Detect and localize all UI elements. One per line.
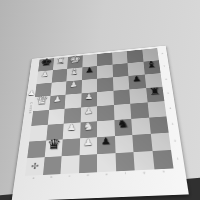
square-h1 xyxy=(152,150,173,169)
white-pawn: ♟ xyxy=(80,103,97,119)
square-g6: ♟ xyxy=(128,75,145,90)
square-a2 xyxy=(27,141,46,159)
square-f5 xyxy=(113,89,130,105)
square-h3 xyxy=(149,116,169,133)
square-d2: ♟ xyxy=(79,137,97,155)
white-pawn: ♟ xyxy=(49,92,66,107)
rank-label-6: 6 xyxy=(162,78,170,81)
square-e1 xyxy=(97,153,116,172)
square-g2 xyxy=(132,134,152,152)
board-wrapper: CHESS ♚♜♚♟♝♟♝♟♟♛♟♟♜♟♟♞♞♛♟♟ ✣ abcdefgh 12… xyxy=(12,46,189,200)
square-g5 xyxy=(129,88,147,104)
white-pawn: ♟ xyxy=(63,119,80,136)
rank-label-8: 8 xyxy=(159,52,167,55)
rank-label-7: 7 xyxy=(160,65,168,68)
white-rook: ♜ xyxy=(53,54,68,67)
chess-board: ♚♜♚♟♝♟♝♟♟♛♟♟♜♟♟♞♞♛♟♟ xyxy=(25,48,174,176)
square-c2 xyxy=(62,138,80,156)
white-pawn: ♟ xyxy=(81,89,97,104)
black-queen: ♛ xyxy=(45,136,63,154)
rank-label-5: 5 xyxy=(164,92,172,95)
file-label-h: h xyxy=(163,170,166,177)
file-label-c: c xyxy=(68,174,70,181)
square-g1 xyxy=(133,151,153,170)
square-f3: ♞ xyxy=(114,119,132,136)
black-pawn: ♟ xyxy=(128,72,145,87)
photo-scene: CHESS ♚♜♚♟♝♟♝♟♟♛♟♟♜♟♟♞♞♛♟♟ ✣ abcdefgh 12… xyxy=(0,0,200,200)
rank-label-4: 4 xyxy=(166,107,175,110)
square-a5: ♛ xyxy=(33,96,50,111)
black-pawn: ♟ xyxy=(97,132,115,150)
file-label-d: d xyxy=(87,174,89,181)
white-knight: ♞ xyxy=(80,118,97,135)
white-pawn: ♟ xyxy=(79,134,97,152)
square-b4 xyxy=(47,109,64,125)
off-board-white-pawn: ♟ xyxy=(25,88,37,99)
square-h5: ♜ xyxy=(146,87,165,103)
chess-mat: CHESS ♚♜♚♟♝♟♝♟♟♛♟♟♜♟♟♞♞♛♟♟ ✣ abcdefgh 12… xyxy=(12,46,189,200)
square-a4 xyxy=(31,110,49,126)
square-g4 xyxy=(130,102,148,118)
knight-compass-emblem-icon: ✣ xyxy=(27,159,43,174)
square-e4 xyxy=(97,105,114,121)
square-g3 xyxy=(131,118,150,135)
rank-label-2: 2 xyxy=(171,139,180,143)
file-label-f: f xyxy=(125,172,126,179)
square-b1 xyxy=(43,156,62,175)
square-b5: ♟ xyxy=(49,95,66,110)
square-f1 xyxy=(115,152,135,171)
white-pawn: ♟ xyxy=(66,77,82,91)
file-label-e: e xyxy=(106,173,108,180)
square-d1 xyxy=(79,154,97,173)
square-c1 xyxy=(60,155,79,174)
square-f6 xyxy=(113,76,130,91)
black-pawn: ♟ xyxy=(82,63,97,77)
file-label-g: g xyxy=(143,171,145,178)
rank-label-3: 3 xyxy=(168,122,177,126)
square-e5 xyxy=(97,91,114,106)
file-label-b: b xyxy=(50,175,52,182)
black-rook: ♜ xyxy=(145,84,163,100)
file-label-a: a xyxy=(32,176,34,183)
square-b2: ♛ xyxy=(44,139,62,157)
black-bishop: ♝ xyxy=(143,57,160,71)
square-e2: ♟ xyxy=(97,136,115,154)
rank-label-1: 1 xyxy=(173,157,182,161)
square-c5 xyxy=(65,93,82,108)
square-c3: ♟ xyxy=(63,122,81,139)
white-pawn: ♟ xyxy=(37,67,53,81)
square-a3 xyxy=(29,125,47,142)
square-e6 xyxy=(97,77,113,92)
square-h2 xyxy=(150,133,171,151)
black-knight: ♞ xyxy=(114,115,132,132)
square-h4 xyxy=(147,101,166,118)
square-f2 xyxy=(115,135,134,153)
